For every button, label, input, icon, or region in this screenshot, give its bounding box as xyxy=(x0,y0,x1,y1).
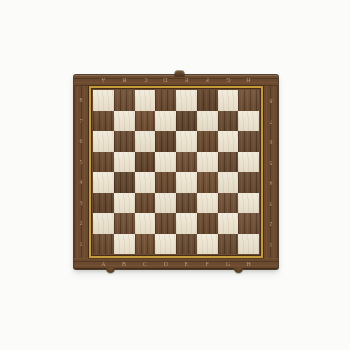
square-f8 xyxy=(197,90,218,111)
square-c8 xyxy=(135,90,156,111)
square-b6 xyxy=(114,131,135,152)
square-f3 xyxy=(197,193,218,214)
square-g8 xyxy=(218,90,239,111)
square-g2 xyxy=(218,213,239,234)
square-h1 xyxy=(238,234,259,255)
square-f6 xyxy=(197,131,218,152)
square-b3 xyxy=(114,193,135,214)
square-e8 xyxy=(176,90,197,111)
square-e3 xyxy=(176,193,197,214)
square-g5 xyxy=(218,152,239,173)
square-h5 xyxy=(238,152,259,173)
square-d8 xyxy=(155,90,176,111)
square-h2 xyxy=(238,213,259,234)
hinge-tab-icon xyxy=(175,71,184,76)
square-b7 xyxy=(114,111,135,132)
square-d1 xyxy=(155,234,176,255)
square-a1 xyxy=(93,234,114,255)
square-e7 xyxy=(176,111,197,132)
square-f7 xyxy=(197,111,218,132)
square-e6 xyxy=(176,131,197,152)
square-h8 xyxy=(238,90,259,111)
square-h3 xyxy=(238,193,259,214)
square-g4 xyxy=(218,172,239,193)
square-a3 xyxy=(93,193,114,214)
square-e5 xyxy=(176,152,197,173)
square-d2 xyxy=(155,213,176,234)
product-photo-background: ABCDEFGH ABCDEFGH 87654321 87654321 xyxy=(0,0,350,350)
square-d4 xyxy=(155,172,176,193)
square-c4 xyxy=(135,172,156,193)
square-h6 xyxy=(238,131,259,152)
square-e1 xyxy=(176,234,197,255)
square-d3 xyxy=(155,193,176,214)
square-e2 xyxy=(176,213,197,234)
square-e4 xyxy=(176,172,197,193)
square-c5 xyxy=(135,152,156,173)
frame-rail-bottom xyxy=(74,258,278,269)
square-c7 xyxy=(135,111,156,132)
square-b8 xyxy=(114,90,135,111)
frame-rail-left xyxy=(74,75,89,269)
square-g1 xyxy=(218,234,239,255)
square-g7 xyxy=(218,111,239,132)
square-g3 xyxy=(218,193,239,214)
square-a4 xyxy=(93,172,114,193)
square-a5 xyxy=(93,152,114,173)
square-d7 xyxy=(155,111,176,132)
square-c3 xyxy=(135,193,156,214)
square-a2 xyxy=(93,213,114,234)
square-g6 xyxy=(218,131,239,152)
square-f2 xyxy=(197,213,218,234)
square-b2 xyxy=(114,213,135,234)
square-f5 xyxy=(197,152,218,173)
chess-board: ABCDEFGH ABCDEFGH 87654321 87654321 xyxy=(74,75,278,269)
square-d5 xyxy=(155,152,176,173)
square-c1 xyxy=(135,234,156,255)
square-a8 xyxy=(93,90,114,111)
square-c6 xyxy=(135,131,156,152)
frame-rail-right xyxy=(263,75,278,269)
board-foot-right xyxy=(234,268,243,273)
square-a7 xyxy=(93,111,114,132)
square-d6 xyxy=(155,131,176,152)
square-a6 xyxy=(93,131,114,152)
square-b1 xyxy=(114,234,135,255)
square-f4 xyxy=(197,172,218,193)
square-c2 xyxy=(135,213,156,234)
board-foot-left xyxy=(106,268,115,273)
square-h4 xyxy=(238,172,259,193)
playing-field xyxy=(93,90,259,254)
square-b5 xyxy=(114,152,135,173)
square-h7 xyxy=(238,111,259,132)
square-b4 xyxy=(114,172,135,193)
frame-rail-top xyxy=(74,75,278,86)
square-f1 xyxy=(197,234,218,255)
